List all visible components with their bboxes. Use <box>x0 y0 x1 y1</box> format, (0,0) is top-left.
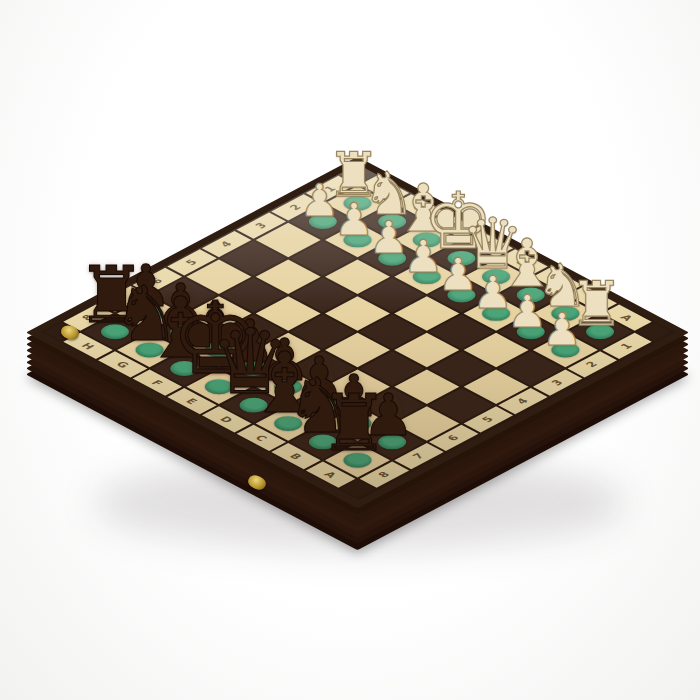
rank-number: 1 <box>619 342 635 350</box>
felt-pad <box>338 450 378 471</box>
rank-number: 6 <box>150 277 166 285</box>
felt-pad <box>199 340 239 361</box>
felt-pad <box>407 229 447 250</box>
file-letter: A <box>619 313 635 322</box>
felt-pad <box>338 229 378 250</box>
file-letter: H <box>80 342 97 351</box>
felt-pad <box>303 395 343 416</box>
rank-number: 8 <box>377 470 393 478</box>
felt-pad <box>234 358 274 379</box>
felt-pad <box>442 285 482 306</box>
rank-number: 8 <box>80 313 96 321</box>
rank-number: 5 <box>481 415 497 423</box>
file-letter: E <box>481 240 496 248</box>
file-letter: D <box>515 258 532 267</box>
felt-pad <box>268 376 308 397</box>
felt-pad <box>338 413 378 434</box>
felt-pad <box>476 266 516 287</box>
rank-number: 2 <box>584 360 600 368</box>
chess-board: HGFEDCBA1♜♞♝♚♛♝♞♜12♟♟♟♟♟♟♟♟2334455667♟♟♟… <box>26 157 689 509</box>
file-letter: B <box>584 295 600 304</box>
file-letter: D <box>218 415 235 424</box>
file-letter: F <box>150 379 165 387</box>
felt-pad <box>511 285 551 306</box>
felt-pad <box>130 340 170 361</box>
rank-number: 1 <box>323 185 339 193</box>
file-letter: C <box>253 434 269 442</box>
file-letter: B <box>288 452 304 461</box>
rank-number: 5 <box>184 258 200 266</box>
rank-number: 7 <box>115 295 131 303</box>
file-letter: F <box>446 222 461 230</box>
board-grid: HGFEDCBA1♜♞♝♚♛♝♞♜12♟♟♟♟♟♟♟♟2334455667♟♟♟… <box>41 164 675 500</box>
felt-pad <box>199 376 239 397</box>
felt-pad <box>372 431 412 452</box>
file-letter: H <box>376 184 393 193</box>
rank-number: 7 <box>411 452 427 460</box>
rank-number: 3 <box>550 379 566 387</box>
felt-pad <box>338 193 378 214</box>
felt-pad <box>511 321 551 342</box>
felt-pad <box>268 413 308 434</box>
file-letter: A <box>322 470 338 479</box>
felt-pad <box>303 431 343 452</box>
felt-pad <box>234 395 274 416</box>
file-letter: G <box>114 360 131 369</box>
felt-pad <box>164 358 204 379</box>
rank-number: 6 <box>446 434 462 442</box>
felt-pad <box>546 340 586 361</box>
felt-pad <box>476 303 516 324</box>
rank-number: 4 <box>515 397 531 405</box>
rank-number: 4 <box>219 240 235 248</box>
felt-pad <box>95 321 135 342</box>
chess-set-photo: HGFEDCBA1♜♞♝♚♛♝♞♜12♟♟♟♟♟♟♟♟2334455667♟♟♟… <box>0 0 700 700</box>
rank-number: 3 <box>254 222 270 230</box>
felt-pad <box>372 248 412 269</box>
felt-pad <box>546 303 586 324</box>
file-letter: E <box>184 397 199 405</box>
file-letter: G <box>411 203 428 212</box>
felt-pad <box>164 321 204 342</box>
rank-number: 2 <box>288 203 304 211</box>
felt-pad <box>372 211 412 232</box>
felt-pad <box>303 211 343 232</box>
felt-pad <box>130 303 170 324</box>
felt-pad <box>442 248 482 269</box>
file-letter: C <box>550 277 566 285</box>
felt-pad <box>580 321 620 342</box>
felt-pad <box>407 266 447 287</box>
